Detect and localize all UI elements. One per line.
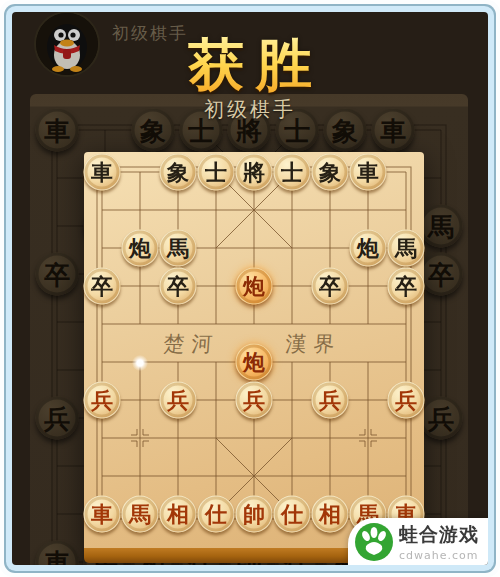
river-label-right: 漢界 [278,330,343,358]
piece-black-馬[interactable]: 馬 [160,230,197,267]
victory-title: 获胜 [12,28,488,104]
frog-logo-icon [354,522,394,562]
piece-red-兵[interactable]: 兵 [236,382,273,419]
piece-red-相[interactable]: 相 [312,496,349,533]
watermark: 蛙合游戏 cdwahe.com [348,518,488,565]
piece-black-象[interactable]: 象 [312,154,349,191]
piece-red-相[interactable]: 相 [160,496,197,533]
river-label-left: 楚河 [156,330,221,358]
piece-black-將[interactable]: 將 [236,154,273,191]
watermark-brand: 蛙合游戏 [399,522,479,548]
watermark-domain: cdwahe.com [399,549,479,562]
victory-subtitle: 初级棋手 [12,96,488,123]
piece-black-車[interactable]: 車 [84,154,121,191]
piece-red-兵[interactable]: 兵 [160,382,197,419]
piece-black-炮[interactable]: 炮 [122,230,159,267]
board[interactable]: 楚河 漢界 車象士將士象車炮馬炮馬卒卒卒卒炮炮兵兵兵兵兵車馬相仕帥仕相馬車 [84,152,424,548]
piece-black-卒: 卒 [420,253,463,296]
piece-black-卒[interactable]: 卒 [160,268,197,305]
piece-black-卒[interactable]: 卒 [388,268,425,305]
piece-red-仕[interactable]: 仕 [274,496,311,533]
piece-black-馬: 馬 [420,205,463,248]
piece-black-車[interactable]: 車 [350,154,387,191]
piece-black-象[interactable]: 象 [160,154,197,191]
piece-red-兵[interactable]: 兵 [84,382,121,419]
piece-red-帥[interactable]: 帥 [236,496,273,533]
game-screen: 車象士將士象車炮馬炮馬卒卒卒卒炮炮兵兵兵兵兵車馬相仕帥仕相馬車 初级棋手 获胜 … [12,12,488,565]
piece-red-仕[interactable]: 仕 [198,496,235,533]
piece-black-卒[interactable]: 卒 [312,268,349,305]
piece-red-炮[interactable]: 炮 [236,344,273,381]
piece-red-兵: 兵 [420,397,463,440]
piece-black-士[interactable]: 士 [198,154,235,191]
piece-black-炮[interactable]: 炮 [350,230,387,267]
piece-red-兵: 兵 [36,397,79,440]
move-sparkle [132,355,148,371]
piece-red-炮[interactable]: 炮 [236,268,273,305]
piece-black-馬[interactable]: 馬 [388,230,425,267]
piece-red-車[interactable]: 車 [84,496,121,533]
result-board-panel: 楚河 漢界 車象士將士象車炮馬炮馬卒卒卒卒炮炮兵兵兵兵兵車馬相仕帥仕相馬車 [84,152,424,563]
piece-red-兵[interactable]: 兵 [312,382,349,419]
piece-red-兵[interactable]: 兵 [388,382,425,419]
piece-black-卒[interactable]: 卒 [84,268,121,305]
piece-red-馬[interactable]: 馬 [122,496,159,533]
piece-black-士[interactable]: 士 [274,154,311,191]
piece-black-卒: 卒 [36,253,79,296]
